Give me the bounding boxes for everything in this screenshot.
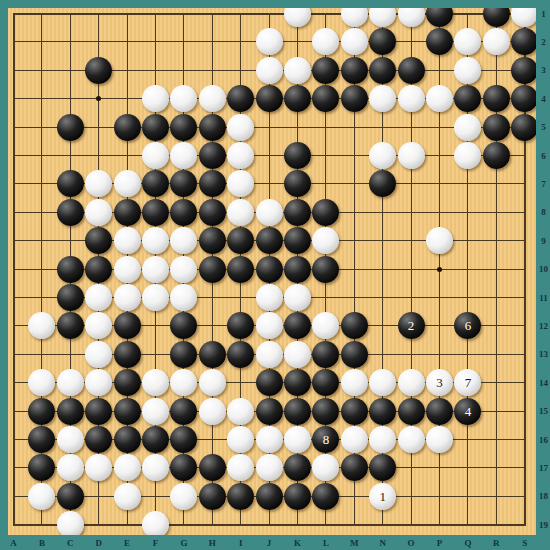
column-label: D [95,538,102,548]
black-stone [142,114,169,141]
black-stone [227,483,254,510]
white-stone [256,284,283,311]
black-stone [369,398,396,425]
black-stone [85,398,112,425]
black-stone [114,426,141,453]
white-stone [369,426,396,453]
black-stone [170,312,197,339]
white-stone [398,369,425,396]
white-stone [256,28,283,55]
white-stone [227,426,254,453]
black-stone [312,57,339,84]
white-stone: 1 [369,483,396,510]
black-stone [28,454,55,481]
black-stone [511,28,538,55]
white-stone [227,142,254,169]
white-stone [284,284,311,311]
black-stone [341,312,368,339]
black-stone [369,170,396,197]
black-stone [85,256,112,283]
row-label: 2 [541,37,546,47]
white-stone [170,369,197,396]
white-stone [170,227,197,254]
black-stone [227,341,254,368]
black-stone [483,142,510,169]
column-label: G [180,538,187,548]
column-label: F [153,538,159,548]
white-stone [398,142,425,169]
black-stone [170,114,197,141]
column-label: K [294,538,301,548]
black-stone [57,170,84,197]
white-stone [114,227,141,254]
black-stone [511,114,538,141]
black-stone [256,256,283,283]
white-stone [28,369,55,396]
black-stone [57,199,84,226]
black-stone [199,170,226,197]
row-label: 19 [539,520,548,530]
black-stone [256,85,283,112]
white-stone [170,85,197,112]
white-stone [85,369,112,396]
white-stone [142,142,169,169]
black-stone [398,57,425,84]
black-stone [85,227,112,254]
black-stone [57,398,84,425]
black-stone [284,483,311,510]
white-stone [341,28,368,55]
white-stone [85,170,112,197]
column-label: O [408,538,415,548]
white-stone [28,312,55,339]
column-label: A [10,538,17,548]
black-stone [170,398,197,425]
row-label: 18 [539,491,548,501]
black-stone [369,28,396,55]
white-stone [170,483,197,510]
black-stone [142,426,169,453]
black-stone [114,114,141,141]
black-stone [114,312,141,339]
column-label: Q [464,538,471,548]
black-stone [256,227,283,254]
black-stone [284,398,311,425]
column-label: M [350,538,359,548]
black-stone [256,398,283,425]
black-stone [57,483,84,510]
black-stone [28,426,55,453]
white-stone [142,85,169,112]
black-stone [199,454,226,481]
black-stone [170,170,197,197]
white-stone [256,426,283,453]
row-label: 14 [539,378,548,388]
go-app-window: 2637481 ABCDEFGHIJKLMNOPQRS1234567891011… [0,0,550,550]
black-stone [454,85,481,112]
white-stone [284,341,311,368]
black-stone [199,483,226,510]
white-stone [312,312,339,339]
black-stone [142,170,169,197]
black-stone [170,199,197,226]
black-stone [312,256,339,283]
black-stone [312,483,339,510]
star-point [96,96,101,101]
white-stone [312,454,339,481]
row-label: 11 [539,293,548,303]
black-stone [170,341,197,368]
black-stone [284,227,311,254]
white-stone [199,369,226,396]
white-stone [426,426,453,453]
black-stone [312,199,339,226]
black-stone [284,170,311,197]
black-stone [227,85,254,112]
white-stone [85,312,112,339]
move-number-label: 2 [408,319,415,332]
white-stone [284,426,311,453]
black-stone [142,199,169,226]
black-stone [341,398,368,425]
white-stone [170,256,197,283]
black-stone [312,341,339,368]
black-stone [57,256,84,283]
black-stone [57,284,84,311]
black-stone [341,454,368,481]
white-stone [28,483,55,510]
black-stone [284,85,311,112]
white-stone [483,28,510,55]
black-stone [341,85,368,112]
row-label: 1 [541,9,546,19]
white-stone [312,28,339,55]
white-stone [369,142,396,169]
white-stone [85,284,112,311]
board-frame-top [0,0,550,8]
column-label: N [379,538,386,548]
black-stone [227,256,254,283]
white-stone [199,85,226,112]
black-stone [199,256,226,283]
row-label: 13 [539,349,548,359]
grid-line-horizontal [13,524,526,526]
column-label: C [67,538,74,548]
white-stone [227,199,254,226]
black-stone [170,426,197,453]
white-stone [256,454,283,481]
white-stone [256,57,283,84]
row-label: 7 [541,179,546,189]
go-board[interactable]: 2637481 [0,0,550,550]
move-number-label: 1 [379,490,386,503]
black-stone [199,227,226,254]
white-stone [114,483,141,510]
white-stone [57,426,84,453]
white-stone [170,142,197,169]
white-stone [142,398,169,425]
black-stone [284,142,311,169]
black-stone [227,227,254,254]
column-label: S [522,538,527,548]
black-stone [199,114,226,141]
row-label: 9 [541,236,546,246]
move-number-label: 4 [465,405,472,418]
white-stone [454,114,481,141]
black-stone [199,341,226,368]
white-stone [454,57,481,84]
white-stone [227,114,254,141]
white-stone [142,369,169,396]
black-stone [511,57,538,84]
white-stone [284,57,311,84]
black-stone [312,85,339,112]
row-label: 8 [541,207,546,217]
white-stone [454,28,481,55]
black-stone [284,454,311,481]
white-stone [369,369,396,396]
white-stone [256,312,283,339]
white-stone [142,454,169,481]
white-stone [85,341,112,368]
black-stone [28,398,55,425]
white-stone [57,369,84,396]
row-label: 3 [541,65,546,75]
black-stone [227,312,254,339]
black-stone [114,341,141,368]
black-stone [170,454,197,481]
black-stone [85,426,112,453]
white-stone [142,227,169,254]
black-stone [284,369,311,396]
white-stone [312,227,339,254]
black-stone: 4 [454,398,481,425]
black-stone [114,398,141,425]
black-stone [114,369,141,396]
row-label: 4 [541,94,546,104]
black-stone [426,28,453,55]
black-stone [199,199,226,226]
white-stone [199,398,226,425]
black-stone [398,398,425,425]
row-label: 12 [539,321,548,331]
white-stone [341,426,368,453]
black-stone [426,398,453,425]
white-stone [454,142,481,169]
white-stone [85,199,112,226]
white-stone [256,199,283,226]
white-stone [114,256,141,283]
column-label: I [239,538,243,548]
row-label: 5 [541,122,546,132]
column-label: R [493,538,500,548]
move-number-label: 3 [436,376,443,389]
move-number-label: 7 [465,376,472,389]
black-stone [256,483,283,510]
white-stone [114,170,141,197]
black-stone [369,57,396,84]
white-stone: 3 [426,369,453,396]
black-stone: 2 [398,312,425,339]
white-stone [114,454,141,481]
row-label: 15 [539,406,548,416]
black-stone [57,312,84,339]
white-stone [57,454,84,481]
white-stone [256,341,283,368]
white-stone [227,454,254,481]
black-stone [312,398,339,425]
move-number-label: 8 [323,433,330,446]
black-stone: 8 [312,426,339,453]
column-label: J [267,538,272,548]
black-stone [199,142,226,169]
white-stone [426,227,453,254]
white-stone [142,256,169,283]
black-stone: 6 [454,312,481,339]
black-stone [256,369,283,396]
row-label: 17 [539,463,548,473]
black-stone [341,341,368,368]
black-stone [369,454,396,481]
black-stone [341,57,368,84]
black-stone [483,114,510,141]
white-stone [85,454,112,481]
black-stone [312,369,339,396]
white-stone [398,85,425,112]
column-label: H [209,538,216,548]
column-label: P [437,538,443,548]
white-stone [114,284,141,311]
white-stone [142,284,169,311]
white-stone [341,369,368,396]
column-label: L [323,538,329,548]
white-stone [170,284,197,311]
black-stone [511,85,538,112]
white-stone [426,85,453,112]
black-stone [284,256,311,283]
black-stone [483,85,510,112]
white-stone: 7 [454,369,481,396]
move-number-label: 6 [465,319,472,332]
star-point [437,267,442,272]
column-label: B [39,538,45,548]
column-label: E [124,538,130,548]
black-stone [284,199,311,226]
white-stone [369,85,396,112]
black-stone [284,312,311,339]
row-label: 16 [539,435,548,445]
black-stone [57,114,84,141]
row-label: 6 [541,151,546,161]
black-stone [114,199,141,226]
white-stone [227,398,254,425]
row-label: 10 [539,264,548,274]
board-frame-left [0,0,8,550]
white-stone [398,426,425,453]
black-stone [85,57,112,84]
white-stone [227,170,254,197]
